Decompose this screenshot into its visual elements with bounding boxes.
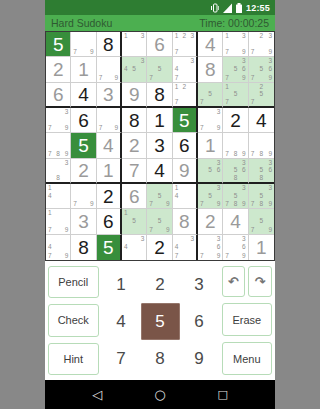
cell-r8c7[interactable]: 2 <box>198 209 223 234</box>
cell-r6c1[interactable]: 38 <box>46 159 71 184</box>
cell-r2c1[interactable]: 2 <box>46 57 71 82</box>
cell-r5c5[interactable]: 3 <box>147 133 172 158</box>
cell-r1c9[interactable]: 2379 <box>249 32 274 57</box>
cell-value: 6 <box>53 85 64 104</box>
cell-r9c2[interactable]: 8 <box>71 235 96 260</box>
cell-r5c2[interactable]: 5 <box>71 133 96 158</box>
cell-r6c2[interactable]: 2 <box>71 159 96 184</box>
cell-r8c3[interactable]: 6 <box>97 209 122 234</box>
cell-r8c8[interactable]: 4 <box>223 209 248 234</box>
cell-r9c4[interactable]: 34 <box>122 235 147 260</box>
pencil-marks: 157 <box>223 83 247 106</box>
keypad-2[interactable]: 2 <box>141 266 180 303</box>
pencil-marks: 3679 <box>223 235 247 260</box>
cell-r9c9[interactable]: 1 <box>249 235 274 260</box>
cell-r2c7[interactable]: 8 <box>198 57 223 82</box>
pencil-marks: 3679 <box>198 235 222 260</box>
cell-r5c9[interactable]: 789 <box>249 133 274 158</box>
cell-r4c7[interactable]: 379 <box>198 108 223 133</box>
cell-value: 4 <box>154 161 165 180</box>
pencil-marks: 13 <box>122 32 146 56</box>
sudoku-app: 12:55 Hard Sudoku Time: 00:00:25 5798136… <box>45 0 275 409</box>
cell-value: 3 <box>154 136 165 155</box>
left-button-column: Pencil Check Hint <box>48 266 99 375</box>
keypad: 123456789 <box>102 266 219 375</box>
pencil-marks: 379 <box>198 108 222 132</box>
pencil-marks: 579 <box>147 184 171 208</box>
cell-r5c1[interactable]: 789 <box>46 133 71 158</box>
pencil-marks: 1379 <box>223 32 247 56</box>
cell-r9c1[interactable]: 479 <box>46 235 71 260</box>
cell-value: 1 <box>154 111 165 130</box>
cell-r4c4[interactable]: 8 <box>122 108 147 133</box>
cell-value: 9 <box>129 85 140 104</box>
cell-r4c2[interactable]: 6 <box>71 108 96 133</box>
cell-r7c3[interactable]: 2 <box>97 184 122 209</box>
cell-value: 6 <box>179 136 190 155</box>
keypad-3[interactable]: 3 <box>180 266 219 303</box>
cell-value: 1 <box>78 60 89 79</box>
cell-r1c7[interactable]: 4 <box>198 32 223 57</box>
cell-r4c1[interactable]: 379 <box>46 108 71 133</box>
pencil-marks: 1237 <box>173 32 196 56</box>
pencil-marks: 3579 <box>198 184 222 208</box>
cell-value: 8 <box>179 212 190 231</box>
cell-r7c2[interactable]: 79 <box>71 184 96 209</box>
pencil-marks: 789 <box>46 133 70 157</box>
cell-value: 3 <box>78 212 89 231</box>
home-icon[interactable]: ○ <box>154 388 165 401</box>
cell-r8c4[interactable]: 15 <box>122 209 147 234</box>
cell-r2c3[interactable]: 79 <box>97 57 122 82</box>
cell-value: 8 <box>205 60 216 79</box>
cell-r2c9[interactable]: 35679 <box>249 57 274 82</box>
cell-value: 4 <box>103 136 114 155</box>
cell-r6c6[interactable]: 9 <box>173 159 198 184</box>
keypad-5[interactable]: 5 <box>141 303 180 340</box>
keypad-1[interactable]: 1 <box>102 266 141 303</box>
cell-r1c4[interactable]: 13 <box>122 32 147 57</box>
cell-r4c8[interactable]: 2 <box>223 108 248 133</box>
cell-r3c1[interactable]: 6 <box>46 83 71 108</box>
cell-r2c8[interactable]: 35679 <box>223 57 248 82</box>
pencil-marks: 79 <box>97 108 120 132</box>
battery-icon <box>236 3 242 13</box>
undo-icon[interactable]: ↶ <box>222 266 246 297</box>
cell-r7c9[interactable]: 35789 <box>249 184 274 209</box>
app-header: Hard Sudoku Time: 00:00:25 <box>45 15 275 31</box>
cell-r6c5[interactable]: 4 <box>147 159 172 184</box>
cell-value: 2 <box>129 136 140 155</box>
cell-value: 9 <box>179 161 190 180</box>
cell-r9c5[interactable]: 2 <box>147 235 172 260</box>
pencil-marks: 579 <box>249 209 274 233</box>
cell-r3c4[interactable]: 9 <box>122 83 147 108</box>
cell-r9c7[interactable]: 3679 <box>198 235 223 260</box>
pencil-marks: 35789 <box>249 184 274 208</box>
pencil-marks: 379 <box>46 108 70 132</box>
pencil-marks: 35789 <box>223 184 247 208</box>
right-button-column: ↶ ↷ Erase Menu <box>222 266 273 375</box>
cell-r3c6[interactable]: 127 <box>173 83 198 108</box>
cell-r7c6[interactable]: 14 <box>173 184 198 209</box>
android-nav-bar: ◁ ○ □ <box>45 380 275 409</box>
cell-r4c5[interactable]: 1 <box>147 108 172 133</box>
cell-r1c3[interactable]: 8 <box>97 32 122 57</box>
pencil-marks: 789 <box>223 133 247 157</box>
cell-r1c2[interactable]: 79 <box>71 32 96 57</box>
cell-value: 2 <box>154 238 165 257</box>
cell-r8c9[interactable]: 579 <box>249 209 274 234</box>
pencil-button[interactable]: Pencil <box>48 266 99 298</box>
cell-value: 2 <box>205 212 216 231</box>
cell-r7c7[interactable]: 3579 <box>198 184 223 209</box>
cell-r8c1[interactable]: 179 <box>46 209 71 234</box>
hint-button[interactable]: Hint <box>48 343 99 375</box>
keypad-6[interactable]: 6 <box>180 303 219 340</box>
pencil-marks: 79 <box>71 32 95 56</box>
cell-value: 8 <box>103 35 114 54</box>
cell-value: 4 <box>205 35 216 54</box>
pencil-marks: 127 <box>173 83 196 106</box>
cell-r5c8[interactable]: 789 <box>223 133 248 158</box>
pencil-marks: 479 <box>46 235 70 260</box>
cell-r2c2[interactable]: 1 <box>71 57 96 82</box>
pencil-marks: 35679 <box>223 57 247 81</box>
pencil-marks: 79 <box>97 57 120 81</box>
cell-r8c6[interactable]: 8 <box>173 209 198 234</box>
pencil-marks: 15 <box>122 209 146 233</box>
cell-r2c4[interactable]: 345 <box>122 57 147 82</box>
cell-value: 6 <box>154 35 165 54</box>
cell-r6c4[interactable]: 7 <box>122 159 147 184</box>
cell-value: 6 <box>103 212 114 231</box>
status-bar: 12:55 <box>45 0 275 15</box>
pencil-marks: 356 <box>198 159 222 182</box>
pencil-marks: 579 <box>147 209 171 233</box>
cell-r6c9[interactable]: 3568 <box>249 159 274 184</box>
controls-panel: Pencil Check Hint 123456789 ↶ ↷ Erase Me… <box>45 261 275 380</box>
cell-value: 8 <box>154 85 165 104</box>
cell-value: 4 <box>230 212 241 231</box>
cell-value: 7 <box>129 161 140 180</box>
cell-r4c3[interactable]: 79 <box>97 108 122 133</box>
pencil-marks: 2379 <box>249 32 274 56</box>
cell-r2c6[interactable]: 347 <box>173 57 198 82</box>
pencil-marks: 347 <box>173 235 196 260</box>
cell-value: 2 <box>230 111 241 130</box>
cell-value: 1 <box>103 161 114 180</box>
cell-value: 8 <box>129 111 140 130</box>
cell-value: 4 <box>78 85 89 104</box>
cell-r6c8[interactable]: 3568 <box>223 159 248 184</box>
cell-value: 3 <box>103 85 114 104</box>
cell-r7c8[interactable]: 35789 <box>223 184 248 209</box>
vibrate-icon <box>211 3 219 13</box>
cell-value: 5 <box>179 111 190 130</box>
pencil-marks: 57 <box>198 83 222 106</box>
cell-value: 4 <box>256 111 267 130</box>
pencil-marks: 38 <box>46 159 70 182</box>
pencil-marks: 345 <box>122 57 146 81</box>
cell-r1c1[interactable]: 5 <box>46 32 71 57</box>
cell-r5c3[interactable]: 4 <box>97 133 122 158</box>
cell-r3c8[interactable]: 157 <box>223 83 248 108</box>
cell-r3c3[interactable]: 3 <box>97 83 122 108</box>
cell-r9c3[interactable]: 5 <box>97 235 122 260</box>
cell-r2c5[interactable]: 57 <box>147 57 172 82</box>
redo-icon[interactable]: ↷ <box>248 266 272 297</box>
cell-r5c4[interactable]: 2 <box>122 133 147 158</box>
cell-r6c3[interactable]: 1 <box>97 159 122 184</box>
cell-r4c6[interactable]: 5 <box>173 108 198 133</box>
cell-r7c5[interactable]: 579 <box>147 184 172 209</box>
pencil-marks: 57 <box>147 57 171 81</box>
pencil-marks: 34 <box>122 235 146 260</box>
undo-redo-row: ↶ ↷ <box>222 266 273 297</box>
pencil-marks: 3568 <box>223 159 247 182</box>
cell-r7c1[interactable]: 14 <box>46 184 71 209</box>
cell-r3c2[interactable]: 4 <box>71 83 96 108</box>
pencil-marks: 3568 <box>249 159 274 182</box>
pencil-marks: 14 <box>173 184 196 208</box>
cell-r1c6[interactable]: 1237 <box>173 32 198 57</box>
pencil-marks: 347 <box>173 57 196 81</box>
keypad-9[interactable]: 9 <box>180 340 219 377</box>
keypad-7[interactable]: 7 <box>102 340 141 377</box>
cell-r3c9[interactable]: 257 <box>249 83 274 108</box>
cell-r1c5[interactable]: 6 <box>147 32 172 57</box>
keypad-8[interactable]: 8 <box>141 340 180 377</box>
cell-value: 8 <box>78 238 89 257</box>
cell-value: 5 <box>53 35 64 54</box>
cell-r5c6[interactable]: 6 <box>173 133 198 158</box>
erase-button[interactable]: Erase <box>222 303 273 336</box>
pencil-marks: 35679 <box>249 57 274 81</box>
menu-button[interactable]: Menu <box>222 342 273 375</box>
cell-r4c9[interactable]: 4 <box>249 108 274 133</box>
pencil-marks: 257 <box>249 83 274 106</box>
cell-r9c6[interactable]: 347 <box>173 235 198 260</box>
network-icon <box>223 3 232 13</box>
recents-icon[interactable]: □ <box>217 389 227 400</box>
cell-r7c4[interactable]: 6 <box>122 184 147 209</box>
cell-value: 1 <box>256 238 267 257</box>
cell-r5c7[interactable]: 1 <box>198 133 223 158</box>
game-timer: Time: 00:00:25 <box>199 17 269 29</box>
keypad-4[interactable]: 4 <box>102 303 141 340</box>
pencil-marks: 79 <box>71 184 95 208</box>
pencil-marks: 14 <box>46 184 70 208</box>
cell-r8c5[interactable]: 579 <box>147 209 172 234</box>
cell-value: 1 <box>205 136 216 155</box>
cell-value: 5 <box>103 238 114 257</box>
cell-value: 2 <box>78 161 89 180</box>
cell-r3c5[interactable]: 8 <box>147 83 172 108</box>
cell-r9c8[interactable]: 3679 <box>223 235 248 260</box>
cell-r6c7[interactable]: 356 <box>198 159 223 184</box>
cell-r1c8[interactable]: 1379 <box>223 32 248 57</box>
cell-r8c2[interactable]: 3 <box>71 209 96 234</box>
back-icon[interactable]: ◁ <box>92 388 102 401</box>
cell-value: 2 <box>53 60 64 79</box>
pencil-marks: 179 <box>46 209 70 233</box>
check-button[interactable]: Check <box>48 304 99 336</box>
sudoku-board: 5798136123741379237921793455734783567935… <box>45 31 275 261</box>
page-title: Hard Sudoku <box>51 17 112 29</box>
cell-value: 6 <box>129 187 140 206</box>
cell-value: 6 <box>78 111 89 130</box>
pencil-marks: 789 <box>249 133 274 157</box>
clock-time: 12:55 <box>246 3 270 13</box>
cell-value: 2 <box>103 187 114 206</box>
cell-r3c7[interactable]: 57 <box>198 83 223 108</box>
cell-value: 5 <box>78 136 89 155</box>
